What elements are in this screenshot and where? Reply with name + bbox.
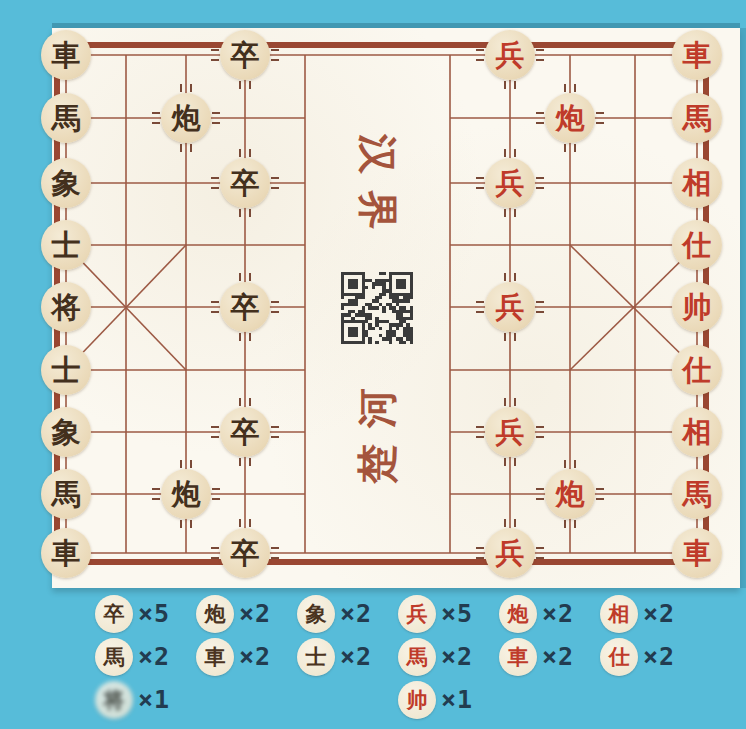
legend-count: ×2 [643, 599, 675, 628]
legend-item-black-general: 将×1 [95, 681, 196, 719]
piece-red-horse[interactable]: 馬 [672, 93, 722, 143]
legend-item-black-advisor: 士×2 [297, 638, 398, 676]
legend-count: ×2 [138, 642, 170, 671]
piece-red-elephant[interactable]: 相 [672, 407, 722, 457]
piece-red-chariot[interactable]: 車 [672, 30, 722, 80]
piece-red-cannon[interactable]: 炮 [545, 93, 595, 143]
legend-count: ×2 [542, 599, 574, 628]
piece-black-cannon[interactable]: 炮 [161, 93, 211, 143]
legend-piece-disc: 車 [196, 638, 234, 676]
piece-black-soldier[interactable]: 卒 [220, 282, 270, 332]
piece-red-chariot[interactable]: 車 [672, 528, 722, 578]
xiangqi-board: 汉界 楚河 車馬象士将士象馬車炮炮卒卒卒卒卒兵兵兵兵兵炮炮車馬相仕帅仕相馬車 [52, 28, 740, 588]
piece-black-soldier[interactable]: 卒 [220, 528, 270, 578]
river-label-chu-he: 楚河 [350, 372, 405, 484]
piece-red-cannon[interactable]: 炮 [545, 469, 595, 519]
legend-piece-disc: 将 [95, 681, 133, 719]
piece-red-soldier[interactable]: 兵 [485, 528, 535, 578]
legend-piece-disc: 卒 [95, 595, 133, 633]
piece-black-soldier[interactable]: 卒 [220, 30, 270, 80]
piece-black-chariot[interactable]: 車 [41, 528, 91, 578]
piece-red-soldier[interactable]: 兵 [485, 158, 535, 208]
piece-black-elephant[interactable]: 象 [41, 407, 91, 457]
legend-piece-disc: 象 [297, 595, 335, 633]
legend-piece-disc: 仕 [600, 638, 638, 676]
legend-piece-disc: 帅 [398, 681, 436, 719]
legend-item-red-advisor: 仕×2 [600, 638, 701, 676]
piece-red-elephant[interactable]: 相 [672, 158, 722, 208]
piece-black-elephant[interactable]: 象 [41, 158, 91, 208]
legend-item-red-soldier: 兵×5 [398, 595, 499, 633]
piece-black-horse[interactable]: 馬 [41, 93, 91, 143]
legend-item-red-horse: 馬×2 [398, 638, 499, 676]
piece-black-soldier[interactable]: 卒 [220, 407, 270, 457]
legend-piece-disc: 相 [600, 595, 638, 633]
legend-item-black-elephant: 象×2 [297, 595, 398, 633]
piece-black-advisor[interactable]: 士 [41, 220, 91, 270]
piece-black-chariot[interactable]: 車 [41, 30, 91, 80]
legend-piece-disc: 士 [297, 638, 335, 676]
piece-red-soldier[interactable]: 兵 [485, 407, 535, 457]
piece-red-general[interactable]: 帅 [672, 282, 722, 332]
legend-piece-disc: 炮 [196, 595, 234, 633]
legend-piece-disc: 馬 [95, 638, 133, 676]
legend-piece-disc: 炮 [499, 595, 537, 633]
legend-item-red-chariot: 車×2 [499, 638, 600, 676]
piece-black-horse[interactable]: 馬 [41, 469, 91, 519]
legend-count: ×2 [239, 599, 271, 628]
legend-count: ×2 [340, 599, 372, 628]
legend-count: ×2 [239, 642, 271, 671]
piece-black-general[interactable]: 将 [41, 282, 91, 332]
piece-red-advisor[interactable]: 仕 [672, 220, 722, 270]
piece-red-horse[interactable]: 馬 [672, 469, 722, 519]
legend-item-black-horse: 馬×2 [95, 638, 196, 676]
piece-black-cannon[interactable]: 炮 [161, 469, 211, 519]
piece-red-soldier[interactable]: 兵 [485, 282, 535, 332]
legend-piece-disc: 馬 [398, 638, 436, 676]
legend-item-red-general: 帅×1 [398, 681, 499, 719]
legend-count: ×2 [542, 642, 574, 671]
piece-black-soldier[interactable]: 卒 [220, 158, 270, 208]
legend-count: ×2 [643, 642, 675, 671]
page: 汉界 楚河 車馬象士将士象馬車炮炮卒卒卒卒卒兵兵兵兵兵炮炮車馬相仕帅仕相馬車 卒… [0, 0, 746, 729]
river-label-han-jie: 汉界 [350, 134, 405, 246]
piece-red-soldier[interactable]: 兵 [485, 30, 535, 80]
qr-code [341, 272, 413, 344]
legend-item-black-chariot: 車×2 [196, 638, 297, 676]
legend-count: ×5 [138, 599, 170, 628]
legend-item-black-soldier: 卒×5 [95, 595, 196, 633]
piece-red-advisor[interactable]: 仕 [672, 345, 722, 395]
legend-item-black-cannon: 炮×2 [196, 595, 297, 633]
piece-count-legend: 卒×5炮×2象×2兵×5炮×2相×2馬×2車×2士×2馬×2車×2仕×2将×1帅… [95, 592, 701, 721]
legend-count: ×1 [441, 685, 473, 714]
legend-piece-disc: 車 [499, 638, 537, 676]
legend-count: ×5 [441, 599, 473, 628]
legend-item-red-cannon: 炮×2 [499, 595, 600, 633]
legend-piece-disc: 兵 [398, 595, 436, 633]
legend-count: ×1 [138, 685, 170, 714]
piece-black-advisor[interactable]: 士 [41, 345, 91, 395]
legend-item-red-elephant: 相×2 [600, 595, 701, 633]
legend-count: ×2 [441, 642, 473, 671]
legend-count: ×2 [340, 642, 372, 671]
